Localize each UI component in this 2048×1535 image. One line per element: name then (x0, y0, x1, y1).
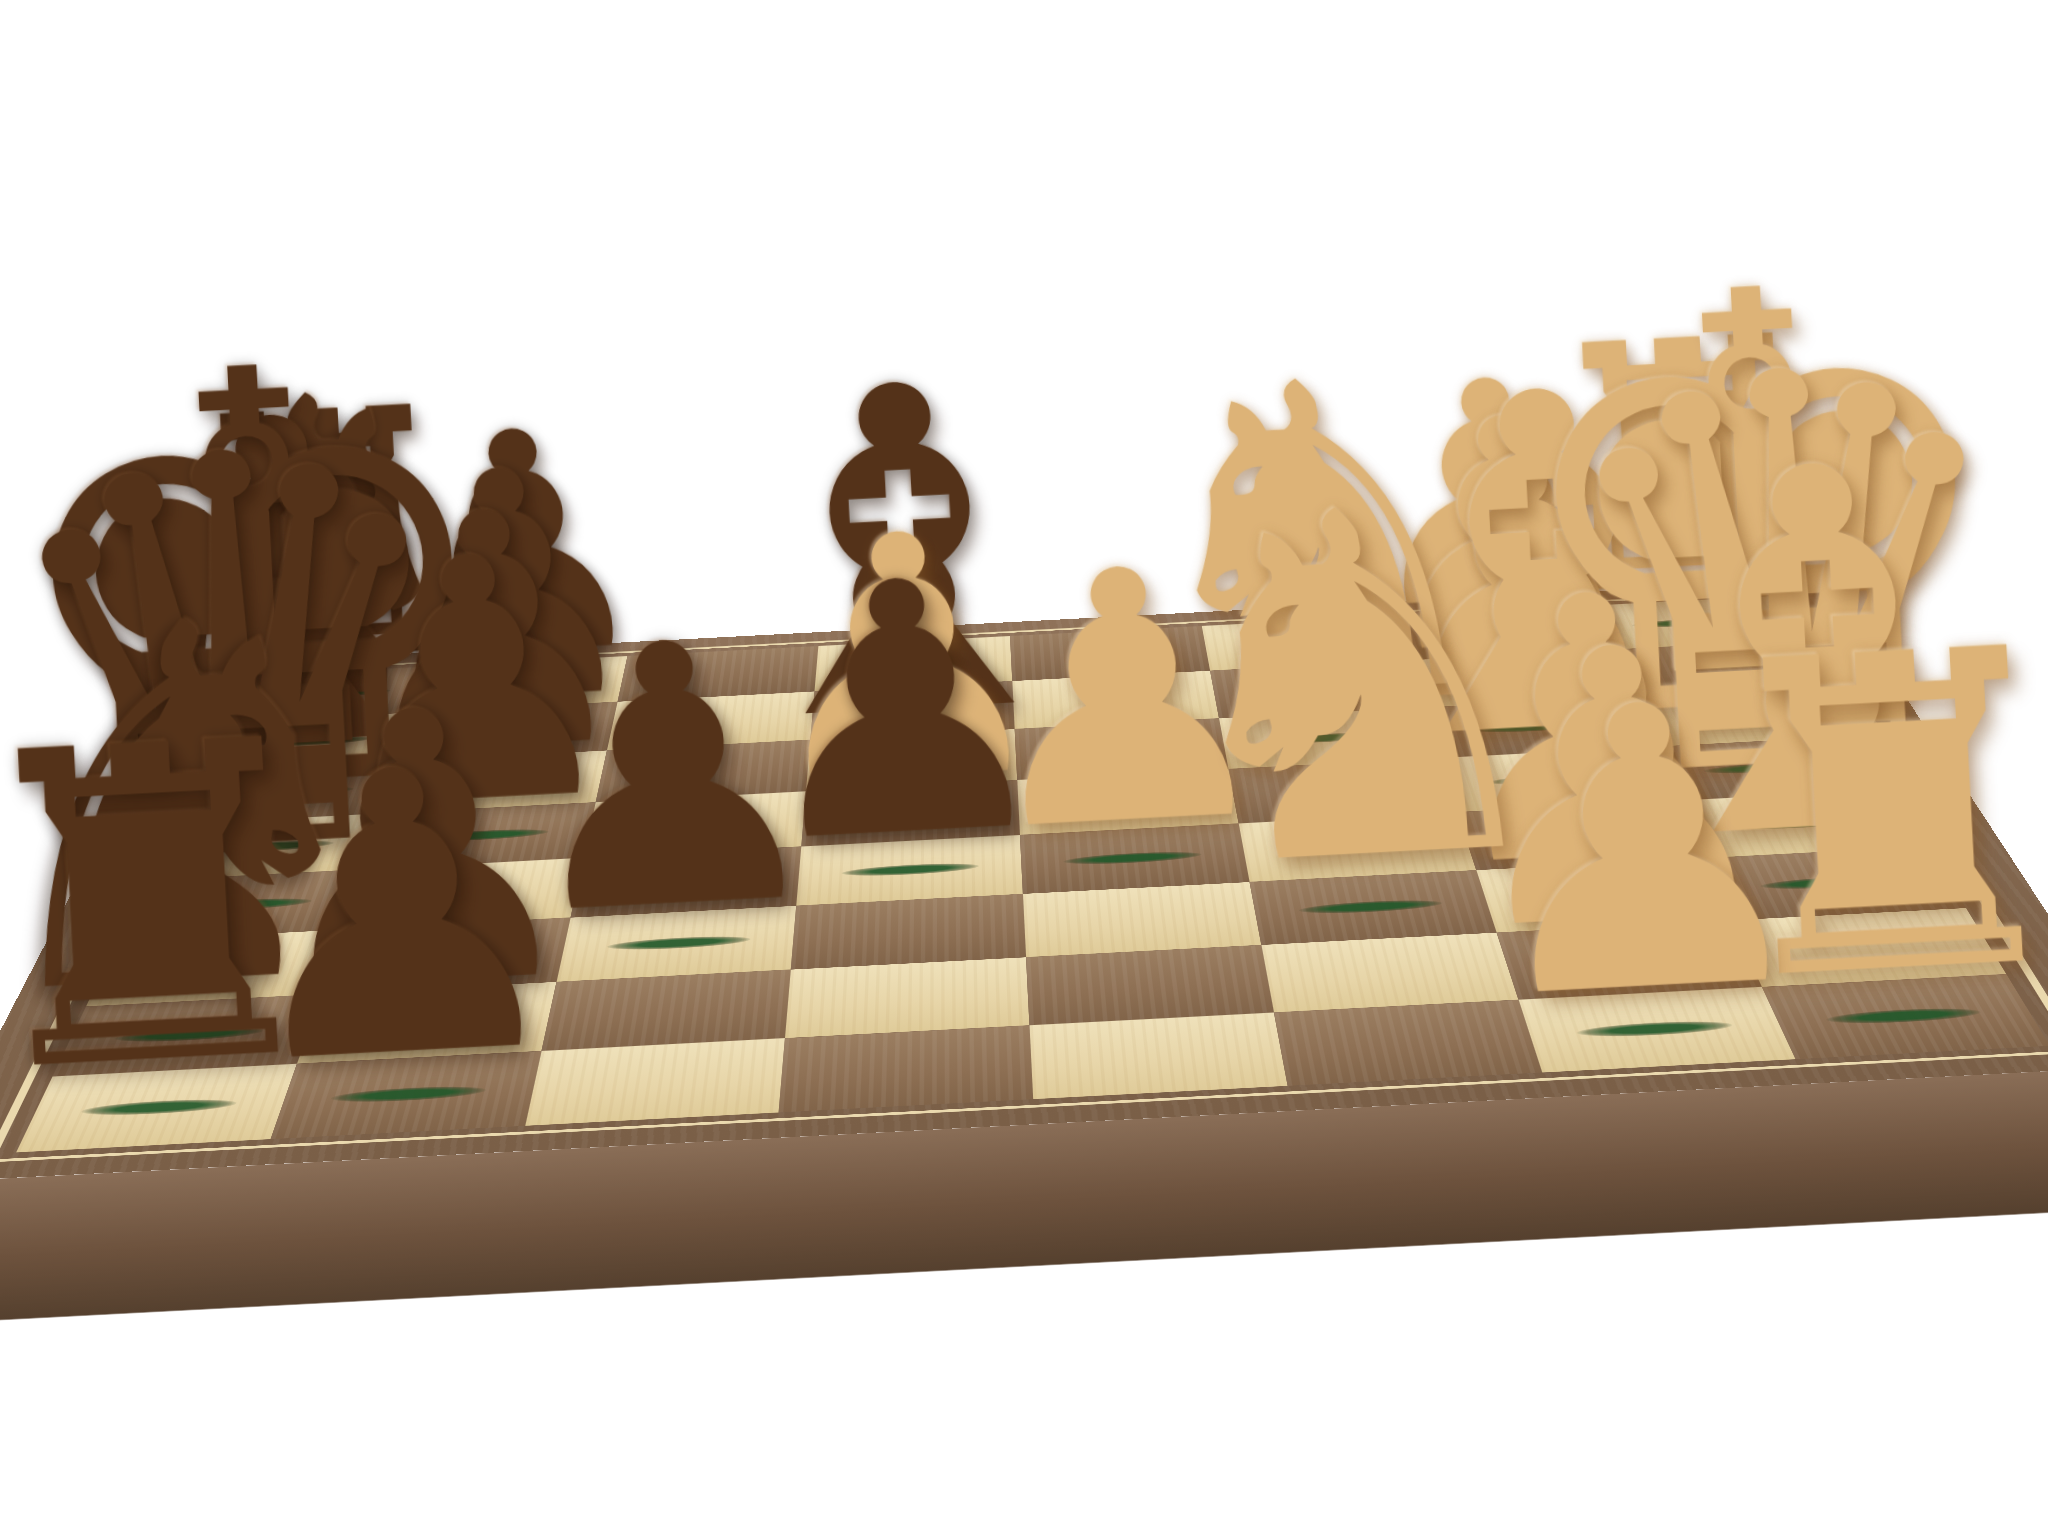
white-pawn-glyph: ♟ (1462, 664, 1828, 1038)
square-b4[interactable] (1026, 945, 1274, 1026)
chess-photo-scene: ♜♞♛♚♝♞♜♟♟♟♟♟♟♟♟♝♟♟♞♞♟♟♟♝♟♟♟♜♝♛♚♜ (0, 0, 2048, 1535)
square-a4[interactable] (1030, 1013, 1288, 1100)
board-tilt-plane: ♜♞♛♚♝♞♜♟♟♟♟♟♟♟♟♝♟♟♞♞♟♟♟♝♟♟♟♜♝♛♚♜ (0, 579, 2048, 1182)
board-frame: ♜♞♛♚♝♞♜♟♟♟♟♟♟♟♟♝♟♟♞♞♟♟♟♝♟♟♟♜♝♛♚♜ (0, 579, 2048, 1182)
square-a5[interactable] (779, 1025, 1033, 1112)
perspective-scene: ♜♞♛♚♝♞♜♟♟♟♟♟♟♟♟♝♟♟♞♞♟♟♟♝♟♟♟♜♝♛♚♜ (0, 0, 2048, 1535)
chess-board[interactable]: ♜♞♛♚♝♞♜♟♟♟♟♟♟♟♟♝♟♟♞♞♟♟♟♝♟♟♟♜♝♛♚♜ (16, 596, 2048, 1153)
piece-wP-a2[interactable]: ♟ (1518, 987, 1796, 1073)
piece-bP-a7[interactable]: ♟ (270, 1051, 541, 1139)
board-rotation-wrapper: ♜♞♛♚♝♞♜♟♟♟♟♟♟♟♟♝♟♟♞♞♟♟♟♝♟♟♟♜♝♛♚♜ (0, 0, 2048, 1535)
square-b5[interactable] (785, 957, 1029, 1038)
black-pawn-glyph: ♟ (216, 729, 582, 1103)
